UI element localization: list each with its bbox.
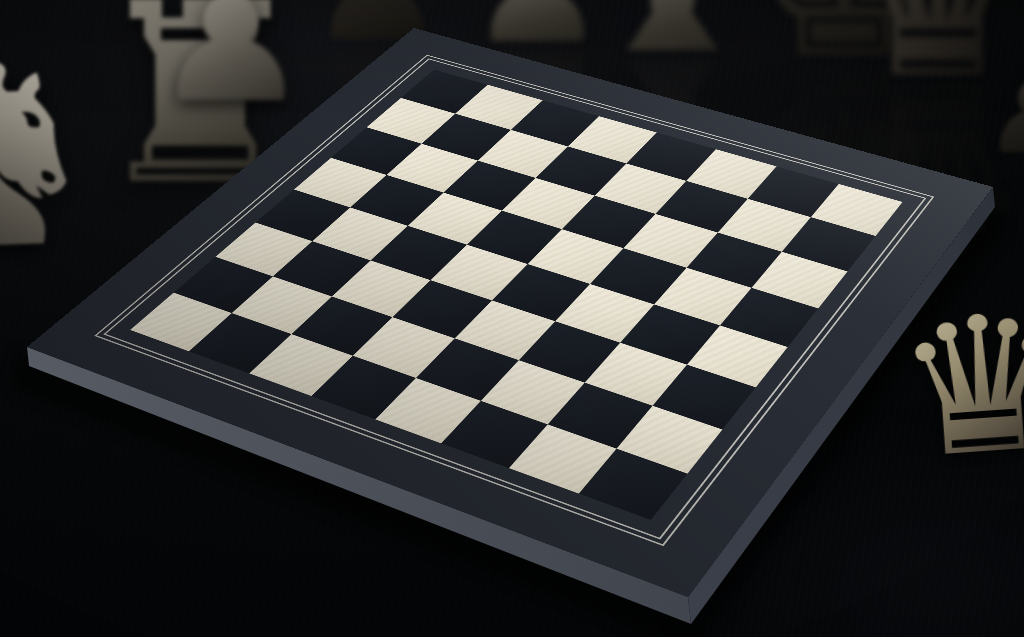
table-scene: ♞ ♜ ♟ ♟ ♟ ♟ ♟ ♝ ♝ ♚ ♚ ♛ ♛ ♟ ♛ [0,0,1024,637]
pewter-pawn-top-left: ♟ [150,0,311,128]
dark-pawn-right-edge: ♟ [982,49,1024,171]
pewter-queen-right: ♛ [891,286,1024,485]
